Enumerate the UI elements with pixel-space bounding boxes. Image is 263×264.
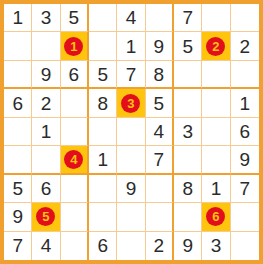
cell-r9c8[interactable]: 3: [202, 232, 230, 260]
given-digit: 7: [240, 179, 251, 198]
cell-r6c3[interactable]: 4: [61, 146, 89, 174]
given-digit: 1: [12, 8, 23, 27]
cell-r1c8[interactable]: [202, 4, 230, 32]
cell-r6c4[interactable]: 1: [89, 146, 117, 174]
given-digit: 7: [182, 8, 193, 27]
cell-r3c8[interactable]: [202, 61, 230, 89]
cell-r1c6[interactable]: [146, 4, 174, 32]
cell-r4c5[interactable]: 3: [117, 89, 145, 117]
given-digit: 1: [211, 179, 222, 198]
cell-r5c4[interactable]: [89, 118, 117, 146]
given-digit: 6: [97, 236, 108, 255]
given-digit: 3: [182, 122, 193, 141]
cell-r3c2[interactable]: 9: [32, 61, 60, 89]
given-digit: 1: [97, 150, 108, 169]
cell-r4c4[interactable]: 8: [89, 89, 117, 117]
cell-r7c7[interactable]: 8: [174, 175, 202, 203]
cell-r8c6[interactable]: [146, 203, 174, 231]
cell-r9c2[interactable]: 4: [32, 232, 60, 260]
cell-r7c3[interactable]: [61, 175, 89, 203]
given-digit: 5: [12, 179, 23, 198]
cell-r3c9[interactable]: [231, 61, 259, 89]
cell-r2c3[interactable]: 1: [61, 32, 89, 60]
given-digit: 4: [154, 122, 165, 141]
cell-r3c3[interactable]: 6: [61, 61, 89, 89]
cell-r9c4[interactable]: 6: [89, 232, 117, 260]
given-digit: 2: [240, 37, 251, 56]
given-digit: 1: [240, 94, 251, 113]
cell-r8c8[interactable]: 6: [202, 203, 230, 231]
cell-r5c1[interactable]: [4, 118, 32, 146]
cell-r9c1[interactable]: 7: [4, 232, 32, 260]
marker-circle-3: 3: [121, 94, 140, 113]
given-digit: 2: [41, 94, 52, 113]
cell-r9c9[interactable]: [231, 232, 259, 260]
given-digit: 3: [211, 236, 222, 255]
given-digit: 8: [154, 65, 165, 84]
cell-r5c5[interactable]: [117, 118, 145, 146]
cell-r2c1[interactable]: [4, 32, 32, 60]
cell-r5c8[interactable]: [202, 118, 230, 146]
given-digit: 9: [182, 236, 193, 255]
cell-r7c2[interactable]: 6: [32, 175, 60, 203]
given-digit: 6: [69, 65, 80, 84]
cell-r1c1[interactable]: 1: [4, 4, 32, 32]
marker-circle-5: 5: [36, 207, 55, 226]
cell-r6c5[interactable]: [117, 146, 145, 174]
cell-r2c7[interactable]: 5: [174, 32, 202, 60]
cell-r3c7[interactable]: [174, 61, 202, 89]
cell-r7c8[interactable]: 1: [202, 175, 230, 203]
cell-r8c7[interactable]: [174, 203, 202, 231]
given-digit: 9: [126, 179, 137, 198]
cell-r6c8[interactable]: [202, 146, 230, 174]
cell-r8c5[interactable]: [117, 203, 145, 231]
cell-r4c1[interactable]: 6: [4, 89, 32, 117]
cell-r3c1[interactable]: [4, 61, 32, 89]
cell-r1c4[interactable]: [89, 4, 117, 32]
cell-r4c7[interactable]: [174, 89, 202, 117]
given-digit: 1: [41, 122, 52, 141]
given-digit: 9: [12, 207, 23, 226]
given-digit: 3: [41, 8, 52, 27]
cell-r8c4[interactable]: [89, 203, 117, 231]
marker-circle-1: 1: [64, 37, 83, 56]
cell-r4c3[interactable]: [61, 89, 89, 117]
cell-r1c5[interactable]: 4: [117, 4, 145, 32]
cell-r1c2[interactable]: 3: [32, 4, 60, 32]
cell-r4c6[interactable]: 5: [146, 89, 174, 117]
cell-r3c6[interactable]: 8: [146, 61, 174, 89]
cell-r6c6[interactable]: 7: [146, 146, 174, 174]
given-digit: 8: [182, 179, 193, 198]
cell-r6c9[interactable]: 9: [231, 146, 259, 174]
cell-r8c1[interactable]: 9: [4, 203, 32, 231]
cell-r1c9[interactable]: [231, 4, 259, 32]
cell-r2c8[interactable]: 2: [202, 32, 230, 60]
given-digit: 2: [154, 236, 165, 255]
sudoku-board: 1354711952296578628351143641795698179567…: [0, 0, 263, 264]
cell-r2c5[interactable]: 1: [117, 32, 145, 60]
given-digit: 5: [154, 94, 165, 113]
cell-r8c2[interactable]: 5: [32, 203, 60, 231]
cell-r4c9[interactable]: 1: [231, 89, 259, 117]
given-digit: 1: [126, 37, 137, 56]
given-digit: 9: [154, 37, 165, 56]
cell-r9c7[interactable]: 9: [174, 232, 202, 260]
cell-r7c1[interactable]: 5: [4, 175, 32, 203]
given-digit: 9: [41, 65, 52, 84]
cell-r9c3[interactable]: [61, 232, 89, 260]
given-digit: 7: [154, 150, 165, 169]
cell-r5c3[interactable]: [61, 118, 89, 146]
given-digit: 6: [12, 94, 23, 113]
given-digit: 7: [12, 236, 23, 255]
given-digit: 5: [182, 37, 193, 56]
cell-r1c3[interactable]: 5: [61, 4, 89, 32]
cell-r7c5[interactable]: 9: [117, 175, 145, 203]
cell-r5c6[interactable]: 4: [146, 118, 174, 146]
marker-circle-6: 6: [206, 207, 225, 226]
cell-r2c4[interactable]: [89, 32, 117, 60]
given-digit: 6: [41, 179, 52, 198]
cell-r1c7[interactable]: 7: [174, 4, 202, 32]
cell-r9c5[interactable]: [117, 232, 145, 260]
cell-r6c2[interactable]: [32, 146, 60, 174]
cell-r6c7[interactable]: [174, 146, 202, 174]
given-digit: 6: [240, 122, 251, 141]
given-digit: 7: [126, 65, 137, 84]
cell-r2c9[interactable]: 2: [231, 32, 259, 60]
cell-r7c6[interactable]: [146, 175, 174, 203]
cell-r7c9[interactable]: 7: [231, 175, 259, 203]
cell-r4c2[interactable]: 2: [32, 89, 60, 117]
given-digit: 4: [41, 236, 52, 255]
given-digit: 8: [97, 94, 108, 113]
cell-r2c2[interactable]: [32, 32, 60, 60]
given-digit: 5: [69, 8, 80, 27]
cell-r7c4[interactable]: [89, 175, 117, 203]
cell-r4c8[interactable]: [202, 89, 230, 117]
given-digit: 4: [126, 8, 137, 27]
cell-r3c4[interactable]: 5: [89, 61, 117, 89]
cell-r5c2[interactable]: 1: [32, 118, 60, 146]
marker-circle-4: 4: [64, 150, 83, 169]
cell-r2c6[interactable]: 9: [146, 32, 174, 60]
cell-r8c3[interactable]: [61, 203, 89, 231]
given-digit: 9: [240, 150, 251, 169]
cell-r5c9[interactable]: 6: [231, 118, 259, 146]
marker-circle-2: 2: [206, 37, 225, 56]
cell-r9c6[interactable]: 2: [146, 232, 174, 260]
cell-r3c5[interactable]: 7: [117, 61, 145, 89]
given-digit: 5: [97, 65, 108, 84]
cell-r8c9[interactable]: [231, 203, 259, 231]
cell-r6c1[interactable]: [4, 146, 32, 174]
cell-r5c7[interactable]: 3: [174, 118, 202, 146]
